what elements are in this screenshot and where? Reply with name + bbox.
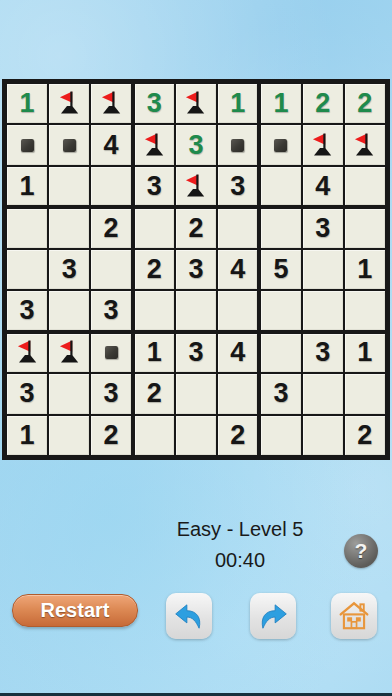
cell-r8c6[interactable] bbox=[217, 373, 259, 414]
undo-button[interactable] bbox=[166, 593, 212, 639]
cell-r5c7[interactable]: 5 bbox=[259, 249, 301, 290]
number: 3 bbox=[188, 339, 203, 366]
cell-r7c3[interactable] bbox=[90, 332, 132, 373]
cell-r8c3[interactable]: 3 bbox=[90, 373, 132, 414]
cell-r2c8[interactable] bbox=[302, 124, 344, 165]
cell-r5c4[interactable]: 2 bbox=[133, 249, 175, 290]
cell-r9c9[interactable]: 2 bbox=[344, 415, 386, 456]
given-number: 3 bbox=[188, 132, 203, 159]
given-number: 3 bbox=[147, 90, 162, 117]
number: 3 bbox=[20, 380, 35, 407]
board-grid: 1 3 11224 3 13 3422332345133 13431332312… bbox=[6, 83, 386, 456]
cell-r9c3[interactable]: 2 bbox=[90, 415, 132, 456]
number: 2 bbox=[104, 422, 119, 449]
number: 2 bbox=[104, 215, 119, 242]
cell-r3c9[interactable] bbox=[344, 166, 386, 207]
number: 2 bbox=[147, 380, 162, 407]
cell-r3c3[interactable] bbox=[90, 166, 132, 207]
cell-r4c9[interactable] bbox=[344, 207, 386, 248]
cell-r1c6[interactable]: 1 bbox=[217, 83, 259, 124]
cell-r8c2[interactable] bbox=[48, 373, 90, 414]
flag-icon bbox=[14, 339, 41, 366]
number: 3 bbox=[104, 297, 119, 324]
number: 4 bbox=[230, 256, 245, 283]
cell-r1c7[interactable]: 1 bbox=[259, 83, 301, 124]
cell-r4c4[interactable] bbox=[133, 207, 175, 248]
cell-r6c5[interactable] bbox=[175, 290, 217, 331]
level-label: Easy - Level 5 bbox=[44, 518, 392, 541]
number: 1 bbox=[20, 422, 35, 449]
cell-r5c1[interactable] bbox=[6, 249, 48, 290]
cell-r6c6[interactable] bbox=[217, 290, 259, 331]
cell-r2c9[interactable] bbox=[344, 124, 386, 165]
cell-r1c1[interactable]: 1 bbox=[6, 83, 48, 124]
mine-marker-square bbox=[63, 139, 76, 152]
cell-r6c9[interactable] bbox=[344, 290, 386, 331]
number: 3 bbox=[147, 173, 162, 200]
number: 3 bbox=[188, 256, 203, 283]
given-number: 2 bbox=[357, 90, 372, 117]
cell-r6c8[interactable] bbox=[302, 290, 344, 331]
cell-r7c9[interactable]: 1 bbox=[344, 332, 386, 373]
number: 2 bbox=[357, 422, 372, 449]
cell-r2c2[interactable] bbox=[48, 124, 90, 165]
flag-icon bbox=[56, 90, 83, 117]
cell-r3c7[interactable] bbox=[259, 166, 301, 207]
flag-icon bbox=[141, 132, 168, 159]
cell-r5c2[interactable]: 3 bbox=[48, 249, 90, 290]
cell-r1c9[interactable]: 2 bbox=[344, 83, 386, 124]
cell-r8c4[interactable]: 2 bbox=[133, 373, 175, 414]
cell-r9c1[interactable]: 1 bbox=[6, 415, 48, 456]
undo-arrow-icon bbox=[172, 599, 206, 633]
cell-r3c2[interactable] bbox=[48, 166, 90, 207]
cell-r8c1[interactable]: 3 bbox=[6, 373, 48, 414]
cell-r3c4[interactable]: 3 bbox=[133, 166, 175, 207]
cell-r4c2[interactable] bbox=[48, 207, 90, 248]
cell-r8c9[interactable] bbox=[344, 373, 386, 414]
given-number: 1 bbox=[20, 90, 35, 117]
number: 3 bbox=[230, 173, 245, 200]
cell-r7c1[interactable] bbox=[6, 332, 48, 373]
number: 4 bbox=[315, 173, 330, 200]
cell-r3c6[interactable]: 3 bbox=[217, 166, 259, 207]
cell-r1c2[interactable] bbox=[48, 83, 90, 124]
cell-r9c5[interactable] bbox=[175, 415, 217, 456]
mine-marker-square bbox=[21, 139, 34, 152]
cell-r2c3[interactable]: 4 bbox=[90, 124, 132, 165]
cell-r4c8[interactable]: 3 bbox=[302, 207, 344, 248]
board: 1 3 11224 3 13 3422332345133 13431332312… bbox=[2, 79, 390, 460]
cell-r4c6[interactable] bbox=[217, 207, 259, 248]
redo-arrow-icon bbox=[256, 599, 290, 633]
flag-icon bbox=[182, 90, 209, 117]
number: 3 bbox=[315, 339, 330, 366]
flag-icon bbox=[309, 132, 336, 159]
given-number: 2 bbox=[315, 90, 330, 117]
home-button[interactable] bbox=[331, 593, 377, 639]
cell-r7c8[interactable]: 3 bbox=[302, 332, 344, 373]
number: 2 bbox=[188, 215, 203, 242]
cell-r6c1[interactable]: 3 bbox=[6, 290, 48, 331]
number: 2 bbox=[147, 256, 162, 283]
cell-r4c1[interactable] bbox=[6, 207, 48, 248]
cell-r5c5[interactable]: 3 bbox=[175, 249, 217, 290]
number: 5 bbox=[273, 256, 288, 283]
number: 3 bbox=[273, 380, 288, 407]
number: 3 bbox=[104, 380, 119, 407]
number: 3 bbox=[62, 256, 77, 283]
restart-button[interactable]: Restart bbox=[12, 594, 138, 627]
mine-marker-square bbox=[105, 346, 118, 359]
help-button[interactable]: ? bbox=[344, 534, 378, 568]
cell-r9c6[interactable]: 2 bbox=[217, 415, 259, 456]
cell-r9c7[interactable] bbox=[259, 415, 301, 456]
cell-r6c2[interactable] bbox=[48, 290, 90, 331]
mine-marker-square bbox=[274, 139, 287, 152]
cell-r1c5[interactable] bbox=[175, 83, 217, 124]
number: 1 bbox=[20, 173, 35, 200]
cell-r3c5[interactable] bbox=[175, 166, 217, 207]
cell-r5c8[interactable] bbox=[302, 249, 344, 290]
cell-r2c7[interactable] bbox=[259, 124, 301, 165]
number: 1 bbox=[357, 339, 372, 366]
cell-r1c3[interactable] bbox=[90, 83, 132, 124]
cell-r6c4[interactable] bbox=[133, 290, 175, 331]
cell-r2c5[interactable]: 3 bbox=[175, 124, 217, 165]
timer: 00:40 bbox=[44, 549, 392, 572]
cell-r1c8[interactable]: 2 bbox=[302, 83, 344, 124]
cell-r7c5[interactable]: 3 bbox=[175, 332, 217, 373]
cell-r8c5[interactable] bbox=[175, 373, 217, 414]
cell-r8c7[interactable]: 3 bbox=[259, 373, 301, 414]
cell-r7c2[interactable] bbox=[48, 332, 90, 373]
flag-icon bbox=[182, 173, 209, 200]
mine-marker-square bbox=[231, 139, 244, 152]
flag-icon bbox=[351, 132, 378, 159]
cell-r2c6[interactable] bbox=[217, 124, 259, 165]
cell-r3c1[interactable]: 1 bbox=[6, 166, 48, 207]
cell-r9c2[interactable] bbox=[48, 415, 90, 456]
cell-r7c4[interactable]: 1 bbox=[133, 332, 175, 373]
number: 1 bbox=[147, 339, 162, 366]
cell-r5c6[interactable]: 4 bbox=[217, 249, 259, 290]
home-icon bbox=[337, 599, 371, 633]
cell-r5c3[interactable] bbox=[90, 249, 132, 290]
cell-r6c3[interactable]: 3 bbox=[90, 290, 132, 331]
cell-r1c4[interactable]: 3 bbox=[133, 83, 175, 124]
cell-r8c8[interactable] bbox=[302, 373, 344, 414]
number: 3 bbox=[315, 215, 330, 242]
cell-r7c6[interactable]: 4 bbox=[217, 332, 259, 373]
cell-r4c7[interactable] bbox=[259, 207, 301, 248]
cell-r3c8[interactable]: 4 bbox=[302, 166, 344, 207]
cell-r2c4[interactable] bbox=[133, 124, 175, 165]
flag-icon bbox=[98, 90, 125, 117]
given-number: 1 bbox=[273, 90, 288, 117]
number: 2 bbox=[230, 422, 245, 449]
cell-r9c4[interactable] bbox=[133, 415, 175, 456]
cell-r7c7[interactable] bbox=[259, 332, 301, 373]
cell-r6c7[interactable] bbox=[259, 290, 301, 331]
cell-r4c3[interactable]: 2 bbox=[90, 207, 132, 248]
number: 4 bbox=[230, 339, 245, 366]
number: 1 bbox=[357, 256, 372, 283]
cell-r2c1[interactable] bbox=[6, 124, 48, 165]
cell-r9c8[interactable] bbox=[302, 415, 344, 456]
given-number: 1 bbox=[230, 90, 245, 117]
flag-icon bbox=[56, 339, 83, 366]
cell-r5c9[interactable]: 1 bbox=[344, 249, 386, 290]
number: 3 bbox=[20, 297, 35, 324]
cell-r4c5[interactable]: 2 bbox=[175, 207, 217, 248]
number: 4 bbox=[104, 132, 119, 159]
redo-button[interactable] bbox=[250, 593, 296, 639]
